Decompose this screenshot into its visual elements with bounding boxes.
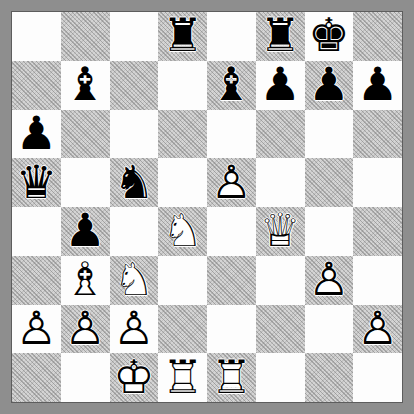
white-knight-glyph: ♘ [162, 207, 203, 253]
square-e7[interactable]: ♝♝ [207, 61, 256, 110]
black-bishop-glyph: ♝ [211, 61, 252, 107]
white-queen-glyph: ♕ [260, 207, 301, 253]
black-bishop-glyph: ♝ [65, 61, 106, 107]
black-knight[interactable]: ♞♞ [110, 158, 159, 207]
black-pawn-glyph: ♟ [16, 110, 57, 156]
square-b1[interactable] [61, 353, 110, 402]
black-pawn-glyph: ♟ [308, 61, 349, 107]
black-knight-glyph: ♞ [113, 159, 154, 205]
square-h3[interactable] [353, 256, 402, 305]
black-pawn-glyph: ♟ [260, 61, 301, 107]
square-e2[interactable] [207, 305, 256, 354]
square-g4[interactable] [305, 207, 354, 256]
white-pawn[interactable]: ♟♙ [305, 256, 354, 305]
white-pawn[interactable]: ♟♙ [110, 305, 159, 354]
square-a7[interactable] [12, 61, 61, 110]
white-pawn[interactable]: ♟♙ [12, 305, 61, 354]
white-rook-glyph: ♖ [162, 354, 203, 400]
square-e3[interactable] [207, 256, 256, 305]
square-c1[interactable]: ♚♔ [110, 353, 159, 402]
white-knight[interactable]: ♞♘ [110, 256, 159, 305]
black-queen-glyph: ♛ [16, 159, 57, 205]
square-b8[interactable] [61, 12, 110, 61]
black-king-glyph: ♚ [308, 12, 349, 58]
square-f6[interactable] [256, 110, 305, 159]
square-f1[interactable] [256, 353, 305, 402]
board: ♜♜♜♜♚♚♝♝♝♝♟♟♟♟♟♟♟♟♛♛♞♞♟♙♟♟♞♘♛♕♝♗♞♘♟♙♟♙♟♙… [11, 11, 403, 403]
square-g1[interactable] [305, 353, 354, 402]
white-king-glyph: ♔ [113, 354, 154, 400]
white-rook[interactable]: ♜♖ [207, 353, 256, 402]
square-g5[interactable] [305, 158, 354, 207]
white-knight-glyph: ♘ [113, 256, 154, 302]
square-d8[interactable]: ♜♜ [158, 12, 207, 61]
black-king[interactable]: ♚♚ [305, 12, 354, 61]
square-a4[interactable] [12, 207, 61, 256]
black-bishop[interactable]: ♝♝ [207, 61, 256, 110]
square-b4[interactable]: ♟♟ [61, 207, 110, 256]
black-pawn[interactable]: ♟♟ [353, 61, 402, 110]
white-pawn-glyph: ♙ [16, 305, 57, 351]
white-pawn[interactable]: ♟♙ [207, 158, 256, 207]
white-knight[interactable]: ♞♘ [158, 207, 207, 256]
square-c2[interactable]: ♟♙ [110, 305, 159, 354]
white-rook-glyph: ♖ [211, 354, 252, 400]
square-e5[interactable]: ♟♙ [207, 158, 256, 207]
square-c6[interactable] [110, 110, 159, 159]
square-d3[interactable] [158, 256, 207, 305]
square-b2[interactable]: ♟♙ [61, 305, 110, 354]
square-a6[interactable]: ♟♟ [12, 110, 61, 159]
board-frame: ♜♜♜♜♚♚♝♝♝♝♟♟♟♟♟♟♟♟♛♛♞♞♟♙♟♟♞♘♛♕♝♗♞♘♟♙♟♙♟♙… [0, 0, 414, 414]
square-c3[interactable]: ♞♘ [110, 256, 159, 305]
white-pawn-glyph: ♙ [65, 305, 106, 351]
square-c5[interactable]: ♞♞ [110, 158, 159, 207]
square-b3[interactable]: ♝♗ [61, 256, 110, 305]
square-c7[interactable] [110, 61, 159, 110]
white-pawn[interactable]: ♟♙ [61, 305, 110, 354]
square-g2[interactable] [305, 305, 354, 354]
square-h7[interactable]: ♟♟ [353, 61, 402, 110]
square-g8[interactable]: ♚♚ [305, 12, 354, 61]
black-rook[interactable]: ♜♜ [158, 12, 207, 61]
square-b5[interactable] [61, 158, 110, 207]
square-e8[interactable] [207, 12, 256, 61]
square-b7[interactable]: ♝♝ [61, 61, 110, 110]
square-a1[interactable] [12, 353, 61, 402]
black-pawn[interactable]: ♟♟ [12, 110, 61, 159]
square-h6[interactable] [353, 110, 402, 159]
black-pawn-glyph: ♟ [357, 61, 398, 107]
square-h2[interactable]: ♟♙ [353, 305, 402, 354]
black-rook[interactable]: ♜♜ [256, 12, 305, 61]
square-f3[interactable] [256, 256, 305, 305]
square-g7[interactable]: ♟♟ [305, 61, 354, 110]
square-a2[interactable]: ♟♙ [12, 305, 61, 354]
white-pawn-glyph: ♙ [308, 256, 349, 302]
square-a8[interactable] [12, 12, 61, 61]
square-g6[interactable] [305, 110, 354, 159]
square-h1[interactable] [353, 353, 402, 402]
white-bishop[interactable]: ♝♗ [61, 256, 110, 305]
square-d5[interactable] [158, 158, 207, 207]
black-pawn-glyph: ♟ [65, 207, 106, 253]
square-d1[interactable]: ♜♖ [158, 353, 207, 402]
black-queen[interactable]: ♛♛ [12, 158, 61, 207]
black-rook-glyph: ♜ [260, 12, 301, 58]
square-h5[interactable] [353, 158, 402, 207]
white-pawn-glyph: ♙ [113, 305, 154, 351]
black-pawn[interactable]: ♟♟ [256, 61, 305, 110]
square-h8[interactable] [353, 12, 402, 61]
black-rook-glyph: ♜ [162, 12, 203, 58]
white-pawn[interactable]: ♟♙ [353, 305, 402, 354]
square-f7[interactable]: ♟♟ [256, 61, 305, 110]
black-pawn[interactable]: ♟♟ [61, 207, 110, 256]
square-d7[interactable] [158, 61, 207, 110]
white-bishop-glyph: ♗ [65, 256, 106, 302]
square-f5[interactable] [256, 158, 305, 207]
square-f4[interactable]: ♛♕ [256, 207, 305, 256]
black-bishop[interactable]: ♝♝ [61, 61, 110, 110]
square-e4[interactable] [207, 207, 256, 256]
square-a5[interactable]: ♛♛ [12, 158, 61, 207]
square-h4[interactable] [353, 207, 402, 256]
square-c8[interactable] [110, 12, 159, 61]
square-e1[interactable]: ♜♖ [207, 353, 256, 402]
square-a3[interactable] [12, 256, 61, 305]
square-d6[interactable] [158, 110, 207, 159]
square-d4[interactable]: ♞♘ [158, 207, 207, 256]
square-f8[interactable]: ♜♜ [256, 12, 305, 61]
white-pawn-glyph: ♙ [211, 159, 252, 205]
square-g3[interactable]: ♟♙ [305, 256, 354, 305]
square-d2[interactable] [158, 305, 207, 354]
square-f2[interactable] [256, 305, 305, 354]
square-b6[interactable] [61, 110, 110, 159]
black-pawn[interactable]: ♟♟ [305, 61, 354, 110]
square-c4[interactable] [110, 207, 159, 256]
white-king[interactable]: ♚♔ [110, 353, 159, 402]
white-rook[interactable]: ♜♖ [158, 353, 207, 402]
white-queen[interactable]: ♛♕ [256, 207, 305, 256]
square-e6[interactable] [207, 110, 256, 159]
white-pawn-glyph: ♙ [357, 305, 398, 351]
